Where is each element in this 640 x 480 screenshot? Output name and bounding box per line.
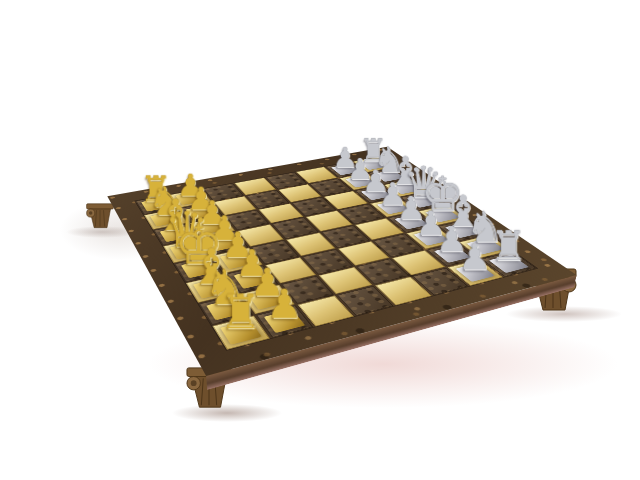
product-photo-luxury-chess-set: { "game": "chess", "scene": { "descripti… xyxy=(0,0,640,480)
board-squares: ♜♟♟♜♞♟♟♞♝♟♟♝♛♟♟♛♚♟♟♚♝♟♟♝♞♟♟♞♜♟♟♜ xyxy=(134,156,538,350)
piece-silver-rook[interactable]: ♜ xyxy=(491,226,528,267)
square-h1[interactable]: ♜ xyxy=(213,316,270,350)
piece-silver-pawn[interactable]: ♟ xyxy=(459,239,491,275)
piece-gold-pawn[interactable]: ♟ xyxy=(266,284,302,324)
chess-board: ♜♟♟♜♞♟♟♞♝♟♟♝♛♟♟♛♚♟♟♚♝♟♟♝♞♟♟♞♜♟♟♜ xyxy=(107,147,576,376)
chess-scene: ♜♟♟♜♞♟♟♞♝♟♟♝♛♟♟♛♚♟♟♚♝♟♟♝♞♟♟♞♜♟♟♜ xyxy=(0,0,640,480)
piece-gold-rook[interactable]: ♜ xyxy=(220,288,262,335)
